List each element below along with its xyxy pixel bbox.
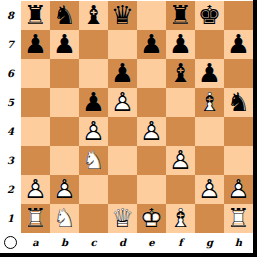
black-queen: ♛ — [108, 1, 137, 30]
white-pawn-fill: ♟ — [21, 175, 50, 204]
square-c6[interactable] — [79, 59, 108, 88]
square-f5[interactable] — [166, 88, 195, 117]
square-b7[interactable]: ♟ — [50, 30, 79, 59]
square-g1[interactable] — [195, 204, 224, 233]
file-label-b: b — [50, 233, 79, 252]
white-knight-fill: ♞ — [79, 146, 108, 175]
square-g7[interactable] — [195, 30, 224, 59]
square-a5[interactable] — [21, 88, 50, 117]
square-b3[interactable] — [50, 146, 79, 175]
square-h4[interactable] — [224, 117, 253, 146]
white-bishop: ♗ — [195, 88, 224, 117]
black-pawn: ♟ — [50, 30, 79, 59]
square-e7[interactable]: ♟ — [137, 30, 166, 59]
white-king-fill: ♚ — [137, 204, 166, 233]
square-e4[interactable]: ♟♙ — [137, 117, 166, 146]
square-c2[interactable] — [79, 175, 108, 204]
white-rook-fill: ♜ — [224, 204, 253, 233]
square-d2[interactable] — [108, 175, 137, 204]
side-to-move-cell — [0, 233, 21, 252]
square-h5[interactable]: ♞ — [224, 88, 253, 117]
file-label-g: g — [195, 233, 224, 252]
white-pawn-fill: ♟ — [50, 175, 79, 204]
black-pawn: ♟ — [108, 59, 137, 88]
square-b2[interactable]: ♟♙ — [50, 175, 79, 204]
square-d8[interactable]: ♛ — [108, 1, 137, 30]
rank-label-7: 7 — [0, 30, 21, 59]
chess-diagram: 8♜♞♝♛♜♚7♟♟♟♟♟6♟♝♟5♟♟♙♝♗♞4♟♙♟♙3♞♘♟♙2♟♙♟♙♟… — [0, 0, 257, 257]
square-b5[interactable] — [50, 88, 79, 117]
white-pawn-fill: ♟ — [108, 88, 137, 117]
black-pawn: ♟ — [137, 30, 166, 59]
white-to-move-indicator — [4, 236, 17, 249]
square-a6[interactable] — [21, 59, 50, 88]
rank-label-5: 5 — [0, 88, 21, 117]
rank-label-4: 4 — [0, 117, 21, 146]
square-c4[interactable]: ♟♙ — [79, 117, 108, 146]
white-pawn: ♙ — [137, 117, 166, 146]
square-g6[interactable]: ♟ — [195, 59, 224, 88]
white-pawn: ♙ — [21, 175, 50, 204]
white-pawn-fill: ♟ — [137, 117, 166, 146]
square-c3[interactable]: ♞♘ — [79, 146, 108, 175]
black-rook: ♜ — [166, 1, 195, 30]
white-bishop-fill: ♝ — [166, 204, 195, 233]
square-c1[interactable] — [79, 204, 108, 233]
file-label-e: e — [137, 233, 166, 252]
white-knight: ♘ — [50, 204, 79, 233]
square-d7[interactable] — [108, 30, 137, 59]
black-rook: ♜ — [21, 1, 50, 30]
white-pawn: ♙ — [195, 175, 224, 204]
square-d5[interactable]: ♟♙ — [108, 88, 137, 117]
white-pawn-fill: ♟ — [195, 175, 224, 204]
rank-label-3: 3 — [0, 146, 21, 175]
square-g2[interactable]: ♟♙ — [195, 175, 224, 204]
white-bishop-fill: ♝ — [195, 88, 224, 117]
square-d3[interactable] — [108, 146, 137, 175]
white-pawn: ♙ — [79, 117, 108, 146]
white-rook: ♖ — [224, 204, 253, 233]
black-king: ♚ — [195, 1, 224, 30]
square-g4[interactable] — [195, 117, 224, 146]
square-b1[interactable]: ♞♘ — [50, 204, 79, 233]
square-d4[interactable] — [108, 117, 137, 146]
square-a1[interactable]: ♜♖ — [21, 204, 50, 233]
square-b4[interactable] — [50, 117, 79, 146]
file-label-f: f — [166, 233, 195, 252]
square-h8[interactable] — [224, 1, 253, 30]
black-pawn: ♟ — [79, 88, 108, 117]
square-h1[interactable]: ♜♖ — [224, 204, 253, 233]
square-h3[interactable] — [224, 146, 253, 175]
black-knight: ♞ — [224, 88, 253, 117]
file-label-c: c — [79, 233, 108, 252]
square-f8[interactable]: ♜ — [166, 1, 195, 30]
white-pawn: ♙ — [166, 146, 195, 175]
rank-label-6: 6 — [0, 59, 21, 88]
square-e1[interactable]: ♚♔ — [137, 204, 166, 233]
square-e8[interactable] — [137, 1, 166, 30]
square-c8[interactable]: ♝ — [79, 1, 108, 30]
white-bishop: ♗ — [166, 204, 195, 233]
black-bishop: ♝ — [79, 1, 108, 30]
square-d6[interactable]: ♟ — [108, 59, 137, 88]
black-bishop: ♝ — [166, 59, 195, 88]
white-pawn-fill: ♟ — [79, 117, 108, 146]
square-e2[interactable] — [137, 175, 166, 204]
square-d1[interactable]: ♛♕ — [108, 204, 137, 233]
square-f1[interactable]: ♝♗ — [166, 204, 195, 233]
square-a7[interactable]: ♟ — [21, 30, 50, 59]
square-g8[interactable]: ♚ — [195, 1, 224, 30]
square-e5[interactable] — [137, 88, 166, 117]
rank-label-1: 1 — [0, 204, 21, 233]
file-label-a: a — [21, 233, 50, 252]
white-pawn: ♙ — [108, 88, 137, 117]
square-c7[interactable] — [79, 30, 108, 59]
file-label-h: h — [224, 233, 253, 252]
rank-label-2: 2 — [0, 175, 21, 204]
white-pawn-fill: ♟ — [224, 175, 253, 204]
square-g5[interactable]: ♝♗ — [195, 88, 224, 117]
square-b6[interactable] — [50, 59, 79, 88]
black-pawn: ♟ — [195, 59, 224, 88]
white-rook: ♖ — [21, 204, 50, 233]
square-a8[interactable]: ♜ — [21, 1, 50, 30]
square-f4[interactable] — [166, 117, 195, 146]
white-knight: ♘ — [79, 146, 108, 175]
black-pawn: ♟ — [224, 30, 253, 59]
square-c5[interactable]: ♟ — [79, 88, 108, 117]
black-knight: ♞ — [50, 1, 79, 30]
square-f7[interactable]: ♟ — [166, 30, 195, 59]
square-h2[interactable]: ♟♙ — [224, 175, 253, 204]
white-pawn: ♙ — [50, 175, 79, 204]
board-grid: 8♜♞♝♛♜♚7♟♟♟♟♟6♟♝♟5♟♟♙♝♗♞4♟♙♟♙3♞♘♟♙2♟♙♟♙♟… — [0, 1, 253, 252]
square-f2[interactable] — [166, 175, 195, 204]
white-knight-fill: ♞ — [50, 204, 79, 233]
white-queen-fill: ♛ — [108, 204, 137, 233]
white-queen: ♕ — [108, 204, 137, 233]
square-a2[interactable]: ♟♙ — [21, 175, 50, 204]
square-h6[interactable] — [224, 59, 253, 88]
square-a3[interactable] — [21, 146, 50, 175]
black-pawn: ♟ — [166, 30, 195, 59]
square-g3[interactable] — [195, 146, 224, 175]
rank-label-8: 8 — [0, 1, 21, 30]
square-e3[interactable] — [137, 146, 166, 175]
white-king: ♔ — [137, 204, 166, 233]
square-f6[interactable]: ♝ — [166, 59, 195, 88]
white-pawn: ♙ — [224, 175, 253, 204]
square-e6[interactable] — [137, 59, 166, 88]
square-f3[interactable]: ♟♙ — [166, 146, 195, 175]
black-pawn: ♟ — [21, 30, 50, 59]
square-b8[interactable]: ♞ — [50, 1, 79, 30]
white-pawn-fill: ♟ — [166, 146, 195, 175]
square-a4[interactable] — [21, 117, 50, 146]
square-h7[interactable]: ♟ — [224, 30, 253, 59]
white-rook-fill: ♜ — [21, 204, 50, 233]
file-label-d: d — [108, 233, 137, 252]
